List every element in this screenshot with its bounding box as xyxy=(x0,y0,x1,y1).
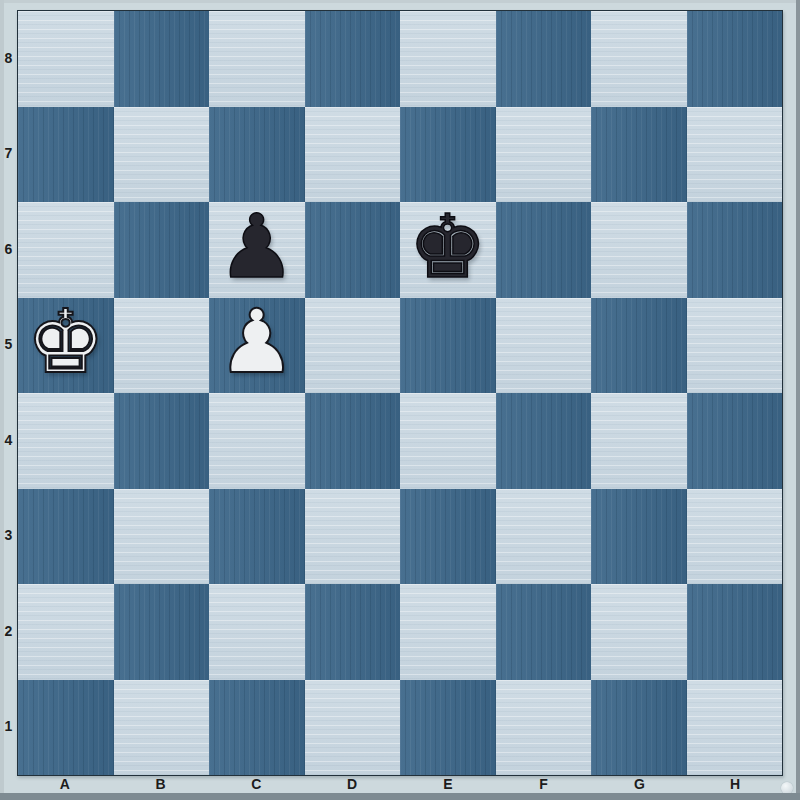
square-g3[interactable] xyxy=(591,489,687,585)
bevel-bottom-edge xyxy=(0,793,800,800)
square-f7[interactable] xyxy=(496,107,592,203)
file-label-h: H xyxy=(687,775,783,792)
chess-diagram: 87654321 ♟♚♚♟ ABCDEFGH xyxy=(0,0,800,800)
square-g8[interactable] xyxy=(591,11,687,107)
square-b4[interactable] xyxy=(114,393,210,489)
rank-label-6: 6 xyxy=(0,201,17,297)
file-labels: ABCDEFGH xyxy=(17,775,783,792)
square-f2[interactable] xyxy=(496,584,592,680)
file-label-c: C xyxy=(209,775,305,792)
square-a3[interactable] xyxy=(18,489,114,585)
square-f6[interactable] xyxy=(496,202,592,298)
square-a6[interactable] xyxy=(18,202,114,298)
square-a4[interactable] xyxy=(18,393,114,489)
chess-board: ♟♚♚♟ xyxy=(17,10,783,776)
square-d7[interactable] xyxy=(305,107,401,203)
square-c6[interactable]: ♟ xyxy=(209,202,305,298)
square-f4[interactable] xyxy=(496,393,592,489)
rank-label-2: 2 xyxy=(0,583,17,679)
square-c1[interactable] xyxy=(209,680,305,776)
square-b3[interactable] xyxy=(114,489,210,585)
bevel-top-edge xyxy=(0,0,800,3)
square-c7[interactable] xyxy=(209,107,305,203)
square-c5[interactable]: ♟ xyxy=(209,298,305,394)
square-f3[interactable] xyxy=(496,489,592,585)
file-label-f: F xyxy=(496,775,592,792)
rank-label-7: 7 xyxy=(0,106,17,202)
square-f8[interactable] xyxy=(496,11,592,107)
square-g1[interactable] xyxy=(591,680,687,776)
file-label-g: G xyxy=(592,775,688,792)
square-b1[interactable] xyxy=(114,680,210,776)
white-king-piece[interactable]: ♚ xyxy=(18,298,114,391)
square-g5[interactable] xyxy=(591,298,687,394)
square-h4[interactable] xyxy=(687,393,783,489)
square-a8[interactable] xyxy=(18,11,114,107)
square-h1[interactable] xyxy=(687,680,783,776)
square-c3[interactable] xyxy=(209,489,305,585)
square-e6[interactable]: ♚ xyxy=(400,202,496,298)
square-d8[interactable] xyxy=(305,11,401,107)
rank-label-5: 5 xyxy=(0,297,17,393)
white-pawn-piece[interactable]: ♟ xyxy=(209,298,305,391)
square-e3[interactable] xyxy=(400,489,496,585)
square-a1[interactable] xyxy=(18,680,114,776)
square-h6[interactable] xyxy=(687,202,783,298)
square-e4[interactable] xyxy=(400,393,496,489)
square-c4[interactable] xyxy=(209,393,305,489)
square-h2[interactable] xyxy=(687,584,783,680)
square-d4[interactable] xyxy=(305,393,401,489)
square-g6[interactable] xyxy=(591,202,687,298)
square-f5[interactable] xyxy=(496,298,592,394)
square-f1[interactable] xyxy=(496,680,592,776)
square-a5[interactable]: ♚ xyxy=(18,298,114,394)
square-d5[interactable] xyxy=(305,298,401,394)
rank-label-3: 3 xyxy=(0,488,17,584)
square-d1[interactable] xyxy=(305,680,401,776)
file-label-d: D xyxy=(304,775,400,792)
square-d2[interactable] xyxy=(305,584,401,680)
bevel-right-edge xyxy=(796,0,800,800)
square-b8[interactable] xyxy=(114,11,210,107)
square-e5[interactable] xyxy=(400,298,496,394)
square-e7[interactable] xyxy=(400,107,496,203)
square-a7[interactable] xyxy=(18,107,114,203)
square-h3[interactable] xyxy=(687,489,783,585)
square-g2[interactable] xyxy=(591,584,687,680)
black-pawn-piece[interactable]: ♟ xyxy=(209,202,305,295)
black-king-piece[interactable]: ♚ xyxy=(400,202,496,295)
rank-label-4: 4 xyxy=(0,392,17,488)
square-a2[interactable] xyxy=(18,584,114,680)
square-e1[interactable] xyxy=(400,680,496,776)
square-h7[interactable] xyxy=(687,107,783,203)
square-e2[interactable] xyxy=(400,584,496,680)
square-e8[interactable] xyxy=(400,11,496,107)
square-d3[interactable] xyxy=(305,489,401,585)
file-label-a: A xyxy=(17,775,113,792)
square-b6[interactable] xyxy=(114,202,210,298)
rank-label-1: 1 xyxy=(0,679,17,775)
square-b5[interactable] xyxy=(114,298,210,394)
square-g7[interactable] xyxy=(591,107,687,203)
square-b7[interactable] xyxy=(114,107,210,203)
square-b2[interactable] xyxy=(114,584,210,680)
square-c2[interactable] xyxy=(209,584,305,680)
square-h8[interactable] xyxy=(687,11,783,107)
rank-labels: 87654321 xyxy=(0,10,17,774)
square-g4[interactable] xyxy=(591,393,687,489)
square-d6[interactable] xyxy=(305,202,401,298)
square-c8[interactable] xyxy=(209,11,305,107)
file-label-e: E xyxy=(400,775,496,792)
file-label-b: B xyxy=(113,775,209,792)
rank-label-8: 8 xyxy=(0,10,17,106)
square-h5[interactable] xyxy=(687,298,783,394)
